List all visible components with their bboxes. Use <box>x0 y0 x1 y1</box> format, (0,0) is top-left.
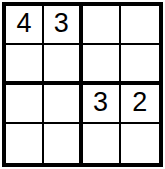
cell-r1c3[interactable] <box>83 6 121 45</box>
cell-r4c1[interactable] <box>6 124 44 163</box>
cell-r1c1[interactable]: 4 <box>6 6 44 45</box>
cell-r4c4[interactable] <box>121 124 159 163</box>
cell-r3c2[interactable] <box>44 85 82 124</box>
cell-digit: 4 <box>17 10 32 37</box>
cell-r4c3[interactable] <box>83 124 121 163</box>
cell-r1c2[interactable]: 3 <box>44 6 82 45</box>
cell-r2c4[interactable] <box>121 45 159 84</box>
cell-digit: 3 <box>54 10 69 37</box>
cell-r2c2[interactable] <box>44 45 82 84</box>
cell-r2c3[interactable] <box>83 45 121 84</box>
cell-r2c1[interactable] <box>6 45 44 84</box>
cell-r3c3[interactable]: 3 <box>83 85 121 124</box>
cell-r4c2[interactable] <box>44 124 82 163</box>
cell-r3c1[interactable] <box>6 85 44 124</box>
sudoku-board: 4332 <box>2 2 163 167</box>
cell-digit: 3 <box>93 89 108 116</box>
cell-digit: 2 <box>132 89 147 116</box>
cell-r3c4[interactable]: 2 <box>121 85 159 124</box>
cell-r1c4[interactable] <box>121 6 159 45</box>
sudoku-page: 4332 <box>0 0 165 169</box>
